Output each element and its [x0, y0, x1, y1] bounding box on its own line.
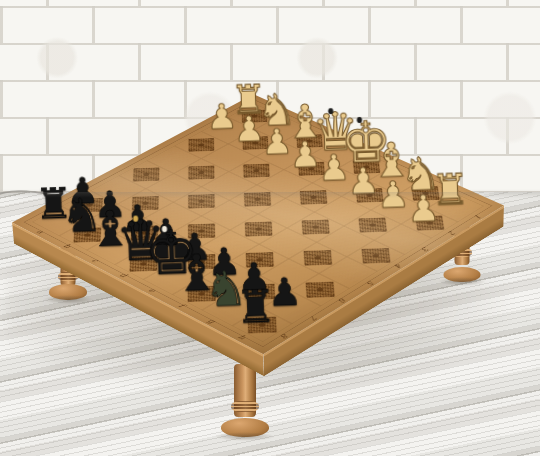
- chess-board: ♜♞♝♛♚♝♞♜♟♟♟♟♟♟♟♟♟♟♟♟♟♟♟♟♜♞♝♛♚♝♞♜ abcdefg…: [12, 94, 504, 354]
- square-f4[interactable]: [287, 212, 344, 242]
- piece-finial: [357, 117, 362, 123]
- piece-finial: [133, 215, 138, 221]
- piece-black-rook[interactable]: ♜: [233, 285, 277, 329]
- board-scene: ♜♞♝♛♚♝♞♜♟♟♟♟♟♟♟♟♟♟♟♟♟♟♟♟♜♞♝♛♚♝♞♜ abcdefg…: [0, 0, 540, 456]
- board-grid: ♜♞♝♛♚♝♞♜♟♟♟♟♟♟♟♟♟♟♟♟♟♟♟♟♜♞♝♛♚♝♞♜: [32, 103, 484, 342]
- board-top: ♜♞♝♛♚♝♞♜♟♟♟♟♟♟♟♟♟♟♟♟♟♟♟♟♜♞♝♛♚♝♞♜ abcdefg…: [12, 94, 504, 354]
- piece-finial: [162, 226, 167, 232]
- chess-photo: ♜♞♝♛♚♝♞♜♟♟♟♟♟♟♟♟♟♟♟♟♟♟♟♟♜♞♝♛♚♝♞♜ abcdefg…: [0, 0, 540, 456]
- piece-finial: [328, 108, 333, 114]
- square-h8[interactable]: ♜: [232, 308, 292, 342]
